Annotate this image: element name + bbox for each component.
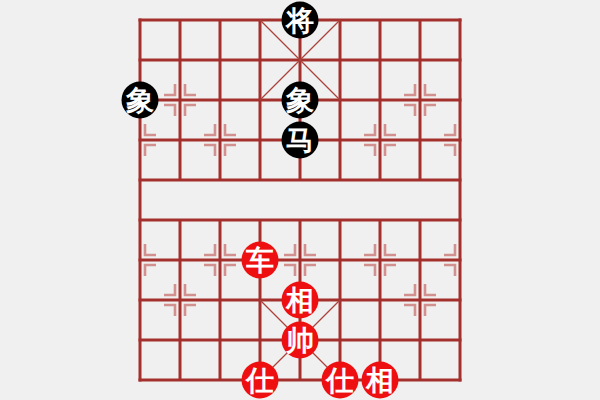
piece-red-elephant[interactable]: 相 bbox=[282, 282, 319, 319]
piece-red-general[interactable]: 帅 bbox=[282, 322, 319, 359]
piece-black-general[interactable]: 将 bbox=[282, 2, 319, 39]
piece-red-chariot[interactable]: 车 bbox=[242, 242, 279, 279]
xiangqi-board: 将象象马车相帅仕仕相 bbox=[0, 0, 600, 400]
piece-black-horse[interactable]: 马 bbox=[282, 122, 319, 159]
piece-black-elephant[interactable]: 象 bbox=[282, 82, 319, 119]
piece-red-elephant[interactable]: 相 bbox=[362, 362, 399, 399]
piece-red-advisor[interactable]: 仕 bbox=[322, 362, 359, 399]
piece-black-elephant[interactable]: 象 bbox=[122, 82, 159, 119]
piece-red-advisor[interactable]: 仕 bbox=[242, 362, 279, 399]
pieces-layer: 将象象马车相帅仕仕相 bbox=[0, 0, 600, 400]
